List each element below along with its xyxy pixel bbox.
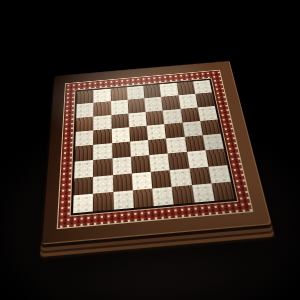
- square-r1c3: [110, 87, 127, 101]
- square-r6c6: [168, 152, 189, 170]
- board-grid: [73, 80, 235, 213]
- square-r3c1: [76, 116, 94, 132]
- square-r5c6: [166, 137, 186, 154]
- square-r6c3: [112, 157, 132, 175]
- square-r8c3: [113, 190, 134, 210]
- square-r4c2: [93, 129, 111, 145]
- square-r1c4: [127, 86, 145, 100]
- square-r5c4: [130, 140, 150, 157]
- square-r8c6: [172, 185, 194, 205]
- square-r7c4: [132, 171, 153, 190]
- square-r6c7: [187, 150, 209, 168]
- square-r8c2: [93, 192, 113, 212]
- board-frame: [41, 61, 272, 245]
- square-r7c3: [112, 173, 132, 192]
- square-r4c5: [147, 124, 166, 140]
- square-r8c8: [211, 181, 234, 200]
- square-r6c8: [205, 149, 227, 167]
- square-r4c7: [182, 121, 202, 137]
- square-r7c6: [170, 168, 192, 187]
- square-r6c2: [93, 159, 112, 177]
- board-scene: [40, 32, 257, 249]
- square-r6c5: [149, 154, 170, 172]
- square-r6c1: [74, 160, 93, 178]
- mosaic-border: [57, 70, 254, 229]
- square-r5c5: [148, 138, 168, 155]
- square-r2c2: [94, 101, 111, 116]
- square-r6c4: [131, 155, 151, 173]
- square-r4c3: [111, 127, 130, 143]
- square-r7c2: [93, 175, 113, 194]
- square-r3c6: [163, 109, 182, 124]
- square-r2c8: [195, 93, 215, 108]
- square-r8c1: [73, 193, 93, 213]
- square-r5c2: [93, 143, 112, 160]
- photo-background: [0, 0, 300, 300]
- chess-board: [41, 61, 272, 245]
- inner-seam: [71, 79, 237, 216]
- square-r5c8: [203, 134, 224, 151]
- square-r7c8: [208, 165, 231, 183]
- square-r8c5: [152, 187, 174, 207]
- border-pinstripe: [70, 78, 239, 217]
- square-r8c4: [133, 188, 154, 208]
- square-r3c5: [146, 110, 165, 125]
- square-r5c1: [75, 145, 94, 162]
- square-r5c3: [112, 142, 131, 159]
- square-r7c1: [74, 176, 94, 195]
- square-r7c5: [151, 170, 172, 189]
